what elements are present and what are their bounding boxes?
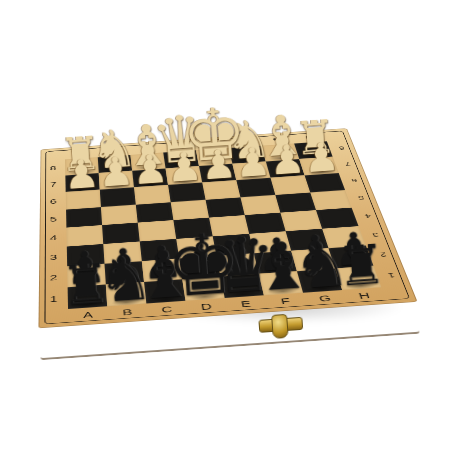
brass-clasp (259, 313, 305, 340)
board-tilt-wrapper: ABCDEFGH ABCDEFGH 87654321 87654321 ♜♞♝♛… (0, 0, 450, 450)
piece-white-pawn: ♟ (299, 157, 338, 176)
coordinate-label: 4 (42, 228, 65, 249)
clasp-latch (271, 314, 289, 339)
board-square: ♟ (299, 157, 338, 176)
piece-black-king: ♚ (182, 277, 224, 301)
chess-board: ABCDEFGH ABCDEFGH 87654321 87654321 ♜♞♝♛… (38, 128, 417, 328)
board-perspective: ABCDEFGH ABCDEFGH 87654321 87654321 ♜♞♝♛… (12, 0, 418, 328)
coordinate-label: 5 (42, 210, 64, 230)
chess-set-photo: ABCDEFGH ABCDEFGH 87654321 87654321 ♜♞♝♛… (0, 0, 450, 450)
black-king-glyph: ♚ (136, 219, 270, 311)
board-square: ♚ (182, 277, 224, 301)
board-grid: ♜♞♝♛♚♞♝♜♟♟♟♟♟♟♟♟♟♟♟♟♟♟♟♟♜♞♝♚♛♝♞♜ (65, 141, 381, 309)
